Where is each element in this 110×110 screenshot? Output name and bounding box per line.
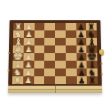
square[interactable] xyxy=(45,23,55,30)
square[interactable] xyxy=(34,23,44,30)
fold-seam xyxy=(55,86,56,93)
square[interactable]: ♟ xyxy=(76,23,87,30)
square[interactable]: ♟ xyxy=(23,61,34,69)
chess-board: ♜♟♟♜♞♟♟♞♝♟♟♝♛♟♟♛♚♟♟♚♝♟♟♝♞♟♟♞♜♟♟♜ xyxy=(8,20,102,93)
square[interactable] xyxy=(55,45,66,53)
piece-bP[interactable]: ♟ xyxy=(78,77,85,85)
square[interactable]: ♟ xyxy=(24,23,35,30)
square[interactable] xyxy=(66,61,77,69)
hinge-screw-icon xyxy=(8,52,10,54)
square[interactable] xyxy=(44,61,55,69)
square[interactable] xyxy=(55,61,66,69)
square[interactable] xyxy=(66,53,77,61)
square[interactable] xyxy=(34,61,45,69)
brass-latch-icon xyxy=(99,49,104,55)
square[interactable] xyxy=(66,45,77,53)
square[interactable] xyxy=(44,45,55,53)
square[interactable] xyxy=(65,23,75,30)
square[interactable] xyxy=(44,76,55,84)
square[interactable] xyxy=(34,53,45,61)
square[interactable] xyxy=(65,30,76,38)
square[interactable] xyxy=(45,30,55,38)
square[interactable] xyxy=(44,38,55,46)
piece-wP[interactable]: ♟ xyxy=(25,77,32,85)
square[interactable]: ♜ xyxy=(12,76,23,84)
hinge-screw-icon xyxy=(7,69,9,71)
square[interactable]: ♜ xyxy=(87,76,98,84)
square[interactable] xyxy=(66,68,77,76)
square[interactable] xyxy=(34,38,45,46)
square[interactable]: ♟ xyxy=(76,68,87,76)
square[interactable] xyxy=(55,38,66,46)
square[interactable] xyxy=(44,53,55,61)
square[interactable]: ♟ xyxy=(23,68,34,76)
hinge-screw-icon xyxy=(100,63,102,65)
hinge-screw-icon xyxy=(101,73,103,75)
square[interactable]: ♟ xyxy=(23,53,34,61)
square[interactable]: ♟ xyxy=(23,76,34,84)
square[interactable] xyxy=(34,68,45,76)
square[interactable] xyxy=(66,76,77,84)
square[interactable]: ♟ xyxy=(23,38,34,46)
piece-bR[interactable]: ♜ xyxy=(88,76,96,85)
square[interactable] xyxy=(55,53,66,61)
square[interactable]: ♟ xyxy=(76,53,87,61)
square[interactable] xyxy=(55,23,65,30)
square[interactable]: ♟ xyxy=(76,38,87,46)
square[interactable] xyxy=(34,30,45,38)
square[interactable] xyxy=(55,68,66,76)
square[interactable] xyxy=(55,30,65,38)
board-frame: ♜♟♟♜♞♟♟♞♝♟♟♝♛♟♟♛♚♟♟♚♝♟♟♝♞♟♟♞♜♟♟♜ xyxy=(8,20,102,85)
chess-set-photo: ♜♟♟♜♞♟♟♞♝♟♟♝♛♟♟♛♚♟♟♚♝♟♟♝♞♟♟♞♜♟♟♜ xyxy=(0,0,110,110)
square[interactable] xyxy=(44,68,55,76)
board-grid: ♜♟♟♜♞♟♟♞♝♟♟♝♛♟♟♛♚♟♟♚♝♟♟♝♞♟♟♞♜♟♟♜ xyxy=(12,23,98,84)
square[interactable]: ♟ xyxy=(76,45,87,53)
square[interactable]: ♟ xyxy=(76,76,87,84)
square[interactable]: ♟ xyxy=(76,30,87,38)
square[interactable] xyxy=(34,45,45,53)
square[interactable] xyxy=(55,76,66,84)
square[interactable]: ♟ xyxy=(76,61,87,69)
square[interactable] xyxy=(34,76,45,84)
square[interactable] xyxy=(65,38,76,46)
piece-wR[interactable]: ♜ xyxy=(13,76,21,85)
square[interactable]: ♟ xyxy=(24,30,35,38)
folding-board-front-edge xyxy=(8,85,102,93)
square[interactable]: ♟ xyxy=(23,45,34,53)
